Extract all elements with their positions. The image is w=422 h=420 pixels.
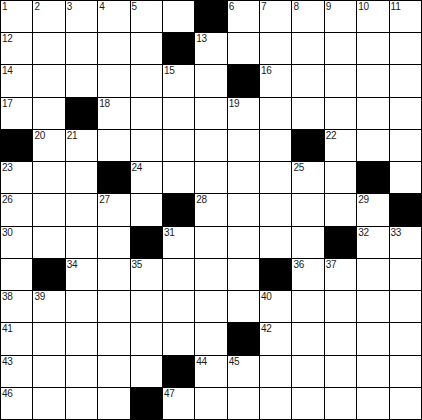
cell-r4c13[interactable] bbox=[390, 98, 421, 129]
cell-r7c2[interactable] bbox=[33, 194, 64, 225]
clue-number-10: 10 bbox=[358, 1, 369, 13]
cell-r11c4[interactable] bbox=[98, 323, 129, 354]
cell-r7c5[interactable] bbox=[131, 194, 162, 225]
cell-r10c6[interactable] bbox=[163, 291, 194, 322]
cell-r5c4[interactable] bbox=[98, 130, 129, 161]
cell-r1c6[interactable] bbox=[163, 1, 194, 32]
cell-r13c8[interactable] bbox=[228, 388, 259, 419]
cell-r13c1[interactable]: 46 bbox=[1, 388, 32, 419]
cell-r3c3[interactable] bbox=[66, 65, 97, 96]
cell-r9c6[interactable] bbox=[163, 259, 194, 290]
clue-number-4: 4 bbox=[99, 1, 104, 13]
clue-number-26: 26 bbox=[2, 194, 13, 206]
clue-number-22: 22 bbox=[326, 130, 337, 142]
cell-r11c5[interactable] bbox=[131, 323, 162, 354]
cell-r1c13[interactable]: 11 bbox=[390, 1, 421, 32]
clue-number-28: 28 bbox=[196, 194, 207, 206]
cell-r12c11[interactable] bbox=[325, 356, 356, 387]
block-cell-r8c11 bbox=[325, 227, 356, 258]
cell-r9c10[interactable]: 36 bbox=[292, 259, 323, 290]
cell-r11c3[interactable] bbox=[66, 323, 97, 354]
cell-r10c9[interactable]: 40 bbox=[260, 291, 291, 322]
cell-r6c13[interactable] bbox=[390, 162, 421, 193]
cell-r2c8[interactable] bbox=[228, 33, 259, 64]
clue-number-31: 31 bbox=[164, 227, 175, 239]
cell-r7c8[interactable] bbox=[228, 194, 259, 225]
cell-r1c12[interactable]: 10 bbox=[357, 1, 388, 32]
cell-r10c8[interactable] bbox=[228, 291, 259, 322]
cell-r1c2[interactable]: 2 bbox=[33, 1, 64, 32]
clue-number-17: 17 bbox=[2, 98, 13, 110]
cell-r12c7[interactable]: 44 bbox=[195, 356, 226, 387]
crossword-board: 1234567891011121314151617181920212223242… bbox=[0, 0, 422, 420]
cell-r12c5[interactable] bbox=[131, 356, 162, 387]
cell-r9c11[interactable]: 37 bbox=[325, 259, 356, 290]
cell-r6c7[interactable] bbox=[195, 162, 226, 193]
cell-r5c13[interactable] bbox=[390, 130, 421, 161]
block-cell-r13c5 bbox=[131, 388, 162, 419]
block-cell-r9c9 bbox=[260, 259, 291, 290]
block-cell-r3c8 bbox=[228, 65, 259, 96]
clue-number-34: 34 bbox=[67, 259, 78, 271]
clue-number-9: 9 bbox=[326, 1, 331, 13]
cell-r13c11[interactable] bbox=[325, 388, 356, 419]
cell-r4c12[interactable] bbox=[357, 98, 388, 129]
block-cell-r6c4 bbox=[98, 162, 129, 193]
clue-number-21: 21 bbox=[67, 130, 78, 142]
clue-number-11: 11 bbox=[391, 1, 401, 13]
clue-number-35: 35 bbox=[132, 259, 143, 271]
cell-r3c9[interactable]: 16 bbox=[260, 65, 291, 96]
cell-r10c12[interactable] bbox=[357, 291, 388, 322]
cell-r5c11[interactable]: 22 bbox=[325, 130, 356, 161]
cell-r4c9[interactable] bbox=[260, 98, 291, 129]
cell-r10c4[interactable] bbox=[98, 291, 129, 322]
cell-r2c2[interactable] bbox=[33, 33, 64, 64]
cell-r8c7[interactable] bbox=[195, 227, 226, 258]
cell-r3c1[interactable]: 14 bbox=[1, 65, 32, 96]
cell-r11c12[interactable] bbox=[357, 323, 388, 354]
clue-number-3: 3 bbox=[67, 1, 72, 13]
cell-r7c9[interactable] bbox=[260, 194, 291, 225]
cell-r3c13[interactable] bbox=[390, 65, 421, 96]
cell-r10c10[interactable] bbox=[292, 291, 323, 322]
cell-r11c10[interactable] bbox=[292, 323, 323, 354]
cell-r1c4[interactable]: 4 bbox=[98, 1, 129, 32]
clue-number-13: 13 bbox=[196, 33, 207, 45]
cell-r9c4[interactable] bbox=[98, 259, 129, 290]
clue-number-37: 37 bbox=[326, 259, 337, 271]
clue-number-43: 43 bbox=[2, 356, 13, 368]
cell-r4c8[interactable]: 19 bbox=[228, 98, 259, 129]
block-cell-r12c6 bbox=[163, 356, 194, 387]
cell-r1c9[interactable]: 7 bbox=[260, 1, 291, 32]
clue-number-40: 40 bbox=[261, 291, 272, 303]
clue-number-42: 42 bbox=[261, 323, 272, 335]
cell-r8c4[interactable] bbox=[98, 227, 129, 258]
cell-r7c11[interactable] bbox=[325, 194, 356, 225]
cell-r6c3[interactable] bbox=[66, 162, 97, 193]
cell-r9c8[interactable] bbox=[228, 259, 259, 290]
block-cell-r5c10 bbox=[292, 130, 323, 161]
cell-r12c4[interactable] bbox=[98, 356, 129, 387]
cell-r13c7[interactable] bbox=[195, 388, 226, 419]
block-cell-r11c8 bbox=[228, 323, 259, 354]
clue-number-25: 25 bbox=[293, 162, 304, 174]
cell-r10c13[interactable] bbox=[390, 291, 421, 322]
clue-number-44: 44 bbox=[196, 356, 207, 368]
cell-r8c3[interactable] bbox=[66, 227, 97, 258]
cell-r12c8[interactable]: 45 bbox=[228, 356, 259, 387]
cell-r6c8[interactable] bbox=[228, 162, 259, 193]
clue-number-1: 1 bbox=[2, 1, 7, 13]
cell-r3c6[interactable]: 15 bbox=[163, 65, 194, 96]
cell-r5c7[interactable] bbox=[195, 130, 226, 161]
cell-r5c2[interactable]: 20 bbox=[33, 130, 64, 161]
cell-r7c4[interactable]: 27 bbox=[98, 194, 129, 225]
cell-r3c11[interactable] bbox=[325, 65, 356, 96]
cell-r1c8[interactable]: 6 bbox=[228, 1, 259, 32]
cell-r12c10[interactable] bbox=[292, 356, 323, 387]
cell-r6c11[interactable] bbox=[325, 162, 356, 193]
cell-r11c9[interactable]: 42 bbox=[260, 323, 291, 354]
cell-r2c3[interactable] bbox=[66, 33, 97, 64]
cell-r2c4[interactable] bbox=[98, 33, 129, 64]
cell-r13c4[interactable] bbox=[98, 388, 129, 419]
cell-r2c10[interactable] bbox=[292, 33, 323, 64]
block-cell-r4c3 bbox=[66, 98, 97, 129]
clue-number-24: 24 bbox=[132, 162, 143, 174]
clue-number-32: 32 bbox=[358, 227, 369, 239]
cell-r12c9[interactable] bbox=[260, 356, 291, 387]
clue-number-19: 19 bbox=[229, 98, 240, 110]
cell-r4c11[interactable] bbox=[325, 98, 356, 129]
cell-r13c10[interactable] bbox=[292, 388, 323, 419]
cell-r8c10[interactable] bbox=[292, 227, 323, 258]
cell-r11c1[interactable]: 41 bbox=[1, 323, 32, 354]
clue-number-15: 15 bbox=[164, 65, 175, 77]
cell-r4c5[interactable] bbox=[131, 98, 162, 129]
cell-r7c10[interactable] bbox=[292, 194, 323, 225]
block-cell-r7c13 bbox=[390, 194, 421, 225]
cell-r11c6[interactable] bbox=[163, 323, 194, 354]
cell-r8c6[interactable]: 31 bbox=[163, 227, 194, 258]
cell-r3c12[interactable] bbox=[357, 65, 388, 96]
block-cell-r8c5 bbox=[131, 227, 162, 258]
cell-r6c1[interactable]: 23 bbox=[1, 162, 32, 193]
clue-number-18: 18 bbox=[99, 98, 110, 110]
cell-r10c2[interactable]: 39 bbox=[33, 291, 64, 322]
cell-r9c3[interactable]: 34 bbox=[66, 259, 97, 290]
block-cell-r9c2 bbox=[33, 259, 64, 290]
cell-r7c7[interactable]: 28 bbox=[195, 194, 226, 225]
block-cell-r6c12 bbox=[357, 162, 388, 193]
cell-r8c13[interactable]: 33 bbox=[390, 227, 421, 258]
cell-r8c2[interactable] bbox=[33, 227, 64, 258]
cell-r10c7[interactable] bbox=[195, 291, 226, 322]
cell-r6c2[interactable] bbox=[33, 162, 64, 193]
clue-number-5: 5 bbox=[132, 1, 137, 13]
clue-number-36: 36 bbox=[293, 259, 304, 271]
clue-number-39: 39 bbox=[34, 291, 45, 303]
cell-r3c7[interactable] bbox=[195, 65, 226, 96]
clue-number-6: 6 bbox=[229, 1, 234, 13]
cell-r2c1[interactable]: 12 bbox=[1, 33, 32, 64]
cell-r11c2[interactable] bbox=[33, 323, 64, 354]
cell-r6c6[interactable] bbox=[163, 162, 194, 193]
block-cell-r1c7 bbox=[195, 1, 226, 32]
cell-r5c5[interactable] bbox=[131, 130, 162, 161]
block-cell-r7c6 bbox=[163, 194, 194, 225]
cell-r13c12[interactable] bbox=[357, 388, 388, 419]
cell-r3c5[interactable] bbox=[131, 65, 162, 96]
cell-r8c12[interactable]: 32 bbox=[357, 227, 388, 258]
clue-number-20: 20 bbox=[34, 130, 45, 142]
cell-r2c9[interactable] bbox=[260, 33, 291, 64]
cell-r2c12[interactable] bbox=[357, 33, 388, 64]
cell-r6c5[interactable]: 24 bbox=[131, 162, 162, 193]
cell-r5c6[interactable] bbox=[163, 130, 194, 161]
cell-r9c5[interactable]: 35 bbox=[131, 259, 162, 290]
cell-r12c2[interactable] bbox=[33, 356, 64, 387]
cell-r11c11[interactable] bbox=[325, 323, 356, 354]
cell-r9c13[interactable] bbox=[390, 259, 421, 290]
cell-r6c10[interactable]: 25 bbox=[292, 162, 323, 193]
cell-r13c13[interactable] bbox=[390, 388, 421, 419]
cell-r9c1[interactable] bbox=[1, 259, 32, 290]
clue-number-38: 38 bbox=[2, 291, 13, 303]
cell-r2c5[interactable] bbox=[131, 33, 162, 64]
clue-number-41: 41 bbox=[2, 323, 13, 335]
cell-r11c13[interactable] bbox=[390, 323, 421, 354]
cell-r10c11[interactable] bbox=[325, 291, 356, 322]
clue-number-14: 14 bbox=[2, 65, 13, 77]
block-cell-r2c6 bbox=[163, 33, 194, 64]
cell-r1c1[interactable]: 1 bbox=[1, 1, 32, 32]
cell-r1c11[interactable]: 9 bbox=[325, 1, 356, 32]
cell-r5c12[interactable] bbox=[357, 130, 388, 161]
cell-r7c3[interactable] bbox=[66, 194, 97, 225]
cell-r4c7[interactable] bbox=[195, 98, 226, 129]
cell-r9c12[interactable] bbox=[357, 259, 388, 290]
cell-r13c2[interactable] bbox=[33, 388, 64, 419]
cell-r13c3[interactable] bbox=[66, 388, 97, 419]
cell-r6c9[interactable] bbox=[260, 162, 291, 193]
cell-r10c1[interactable]: 38 bbox=[1, 291, 32, 322]
cell-r4c6[interactable] bbox=[163, 98, 194, 129]
cell-r13c6[interactable]: 47 bbox=[163, 388, 194, 419]
cell-r8c8[interactable] bbox=[228, 227, 259, 258]
cell-r2c7[interactable]: 13 bbox=[195, 33, 226, 64]
cell-r12c1[interactable]: 43 bbox=[1, 356, 32, 387]
cell-r3c4[interactable] bbox=[98, 65, 129, 96]
clue-number-8: 8 bbox=[293, 1, 298, 13]
cell-r4c2[interactable] bbox=[33, 98, 64, 129]
cell-r8c1[interactable]: 30 bbox=[1, 227, 32, 258]
clue-number-30: 30 bbox=[2, 227, 13, 239]
cell-r5c9[interactable] bbox=[260, 130, 291, 161]
cell-r13c9[interactable] bbox=[260, 388, 291, 419]
cell-r1c3[interactable]: 3 bbox=[66, 1, 97, 32]
clue-number-12: 12 bbox=[2, 33, 13, 45]
cell-r2c11[interactable] bbox=[325, 33, 356, 64]
cell-r12c12[interactable] bbox=[357, 356, 388, 387]
cell-r10c5[interactable] bbox=[131, 291, 162, 322]
clue-number-16: 16 bbox=[261, 65, 272, 77]
cell-r4c4[interactable]: 18 bbox=[98, 98, 129, 129]
clue-number-33: 33 bbox=[391, 227, 402, 239]
cell-r12c13[interactable] bbox=[390, 356, 421, 387]
cell-r5c3[interactable]: 21 bbox=[66, 130, 97, 161]
cell-r9c7[interactable] bbox=[195, 259, 226, 290]
clue-number-27: 27 bbox=[99, 194, 110, 206]
cell-r5c8[interactable] bbox=[228, 130, 259, 161]
clue-number-29: 29 bbox=[358, 194, 369, 206]
cell-r10c3[interactable] bbox=[66, 291, 97, 322]
clue-number-47: 47 bbox=[164, 388, 175, 400]
cell-r7c12[interactable]: 29 bbox=[357, 194, 388, 225]
clue-number-23: 23 bbox=[2, 162, 13, 174]
clue-number-46: 46 bbox=[2, 388, 13, 400]
block-cell-r5c1 bbox=[1, 130, 32, 161]
cell-r3c2[interactable] bbox=[33, 65, 64, 96]
cell-r12c3[interactable] bbox=[66, 356, 97, 387]
cell-r4c10[interactable] bbox=[292, 98, 323, 129]
cell-r2c13[interactable] bbox=[390, 33, 421, 64]
clue-number-2: 2 bbox=[34, 1, 39, 13]
cell-r7c1[interactable]: 26 bbox=[1, 194, 32, 225]
cell-r11c7[interactable] bbox=[195, 323, 226, 354]
cell-r3c10[interactable] bbox=[292, 65, 323, 96]
cell-r1c5[interactable]: 5 bbox=[131, 1, 162, 32]
cell-r4c1[interactable]: 17 bbox=[1, 98, 32, 129]
clue-number-45: 45 bbox=[229, 356, 240, 368]
cell-r8c9[interactable] bbox=[260, 227, 291, 258]
clue-number-7: 7 bbox=[261, 1, 266, 13]
cell-r1c10[interactable]: 8 bbox=[292, 1, 323, 32]
